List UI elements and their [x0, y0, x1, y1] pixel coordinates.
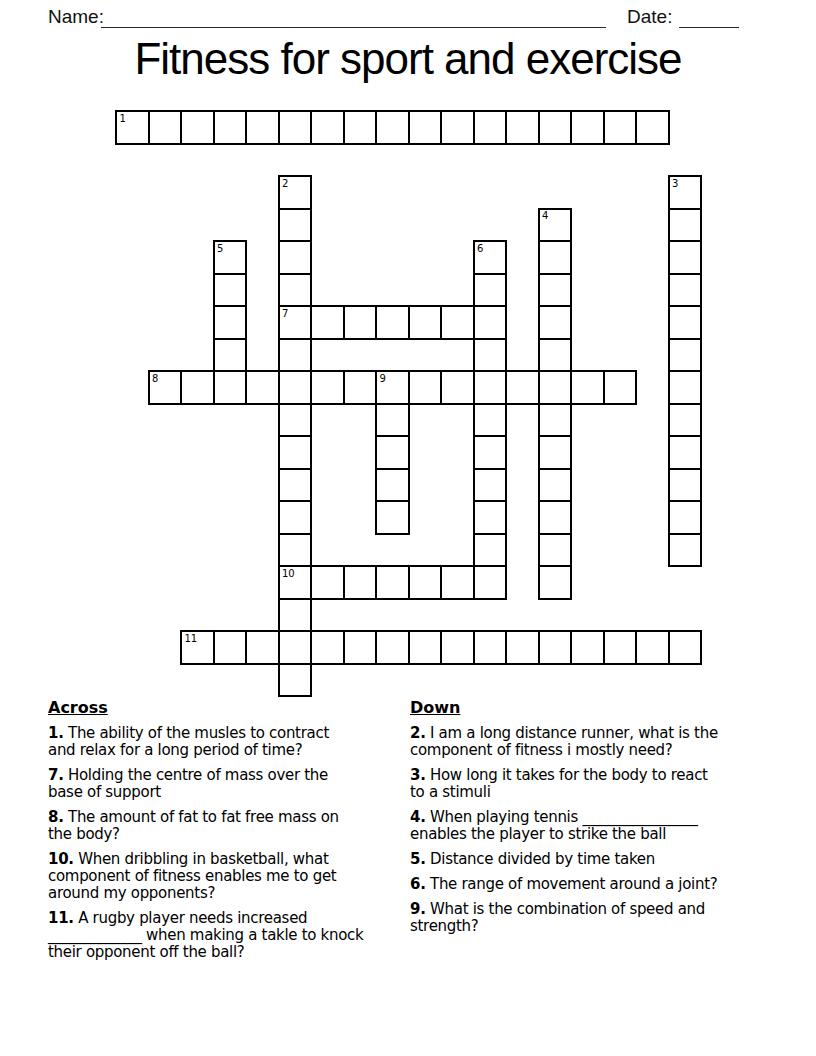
- grid-cell[interactable]: [538, 110, 573, 145]
- grid-cell[interactable]: [538, 240, 573, 275]
- clue-text-line: 1. The ability of the musles to contract: [48, 725, 403, 742]
- clue-number: 11.: [48, 909, 74, 927]
- grid-cell[interactable]: [538, 565, 573, 600]
- clue-text-line: _____________ when making a takle to kno…: [48, 927, 403, 944]
- grid-cell[interactable]: [213, 338, 248, 373]
- clue-text-line: component of fitness enables me to get: [48, 868, 403, 885]
- clue: 6. The range of movement around a joint?: [410, 876, 790, 893]
- grid-cell[interactable]: [245, 110, 280, 145]
- grid-cell[interactable]: [278, 338, 313, 373]
- clue-number: 3.: [410, 766, 426, 784]
- grid-cell[interactable]: [310, 630, 345, 665]
- grid-cell[interactable]: [473, 110, 508, 145]
- down-clue-list: 2. I am a long distance runner, what is …: [410, 725, 790, 935]
- clue-text-line: 4. When playing tennis ________________: [410, 809, 790, 826]
- grid-cell[interactable]: [278, 630, 313, 665]
- clue: 10. When dribbling in basketball, whatco…: [48, 851, 403, 902]
- clue-text-line: component of fitness i mostly need?: [410, 742, 790, 759]
- clue-text-line: enables the player to strike the ball: [410, 826, 790, 843]
- grid-cell[interactable]: [505, 110, 540, 145]
- grid-cell[interactable]: [343, 370, 378, 405]
- grid-cell[interactable]: [375, 435, 410, 470]
- grid-cell[interactable]: 10: [278, 565, 313, 600]
- clue: 3. How long it takes for the body to rea…: [410, 767, 790, 801]
- grid-cell[interactable]: [473, 338, 508, 373]
- grid-cell[interactable]: [310, 305, 345, 340]
- cell-number: 11: [185, 633, 198, 644]
- grid-cell[interactable]: [180, 110, 215, 145]
- grid-cell[interactable]: [473, 533, 508, 568]
- grid-cell[interactable]: [440, 630, 475, 665]
- grid-cell[interactable]: [603, 110, 638, 145]
- grid-cell[interactable]: [473, 435, 508, 470]
- grid-cell[interactable]: [440, 565, 475, 600]
- grid-cell[interactable]: [375, 468, 410, 503]
- date-label: Date:: [627, 6, 672, 28]
- puzzle-title: Fitness for sport and exercise: [0, 34, 816, 84]
- grid-cell[interactable]: [440, 110, 475, 145]
- grid-cell[interactable]: [473, 565, 508, 600]
- grid-cell[interactable]: [635, 630, 670, 665]
- grid-cell[interactable]: [668, 500, 703, 535]
- grid-cell[interactable]: [603, 370, 638, 405]
- clue-text-line: 2. I am a long distance runner, what is …: [410, 725, 790, 742]
- grid-cell[interactable]: [473, 403, 508, 438]
- grid-cell[interactable]: [570, 110, 605, 145]
- grid-cell[interactable]: [668, 338, 703, 373]
- clue-number: 1.: [48, 724, 64, 742]
- grid-cell[interactable]: [538, 338, 573, 373]
- clue: 9. What is the combination of speed ands…: [410, 901, 790, 935]
- crossword-grid: 1234567891011: [115, 110, 704, 699]
- grid-cell[interactable]: [473, 630, 508, 665]
- grid-cell[interactable]: 6: [473, 240, 508, 275]
- grid-cell[interactable]: [343, 110, 378, 145]
- grid-cell[interactable]: [408, 370, 443, 405]
- grid-cell[interactable]: [440, 305, 475, 340]
- grid-cell[interactable]: [668, 630, 703, 665]
- grid-cell[interactable]: [538, 403, 573, 438]
- grid-cell[interactable]: [668, 533, 703, 568]
- grid-cell[interactable]: [278, 500, 313, 535]
- clue-text-line: 5. Distance divided by time taken: [410, 851, 790, 868]
- grid-cell[interactable]: [213, 630, 248, 665]
- clue: 1. The ability of the musles to contract…: [48, 725, 403, 759]
- clue-text-line: their opponent off the ball?: [48, 944, 403, 961]
- clue: 7. Holding the centre of mass over theba…: [48, 767, 403, 801]
- grid-cell[interactable]: [278, 663, 313, 698]
- grid-cell[interactable]: [473, 370, 508, 405]
- grid-cell[interactable]: 1: [115, 110, 150, 145]
- grid-cell[interactable]: [310, 110, 345, 145]
- clue-number: 9.: [410, 900, 426, 918]
- clue-text-line: strength?: [410, 918, 790, 935]
- grid-cell[interactable]: [668, 370, 703, 405]
- grid-cell[interactable]: [668, 403, 703, 438]
- cell-number: 5: [217, 243, 223, 254]
- grid-cell[interactable]: [505, 370, 540, 405]
- down-heading: Down: [410, 699, 790, 717]
- grid-cell[interactable]: [505, 630, 540, 665]
- grid-cell[interactable]: [245, 630, 280, 665]
- grid-cell[interactable]: [213, 370, 248, 405]
- grid-cell[interactable]: [278, 403, 313, 438]
- grid-cell[interactable]: [538, 500, 573, 535]
- clue: 4. When playing tennis ________________e…: [410, 809, 790, 843]
- worksheet-page: Name: Date: Fitness for sport and exerci…: [0, 0, 816, 1056]
- grid-cell[interactable]: [668, 208, 703, 243]
- grid-cell[interactable]: [245, 370, 280, 405]
- clue-number: 4.: [410, 808, 426, 826]
- grid-cell[interactable]: [668, 468, 703, 503]
- cell-number: 9: [380, 373, 386, 384]
- cell-number: 6: [477, 243, 483, 254]
- clue: 5. Distance divided by time taken: [410, 851, 790, 868]
- grid-cell[interactable]: 4: [538, 208, 573, 243]
- grid-cell[interactable]: [635, 110, 670, 145]
- clue-text-line: 7. Holding the centre of mass over the: [48, 767, 403, 784]
- grid-cell[interactable]: [538, 630, 573, 665]
- clue-number: 8.: [48, 808, 64, 826]
- grid-cell[interactable]: [343, 305, 378, 340]
- cell-number: 10: [282, 568, 295, 579]
- clue-text-line: 8. The amount of fat to fat free mass on: [48, 809, 403, 826]
- across-clue-list: 1. The ability of the musles to contract…: [48, 725, 403, 961]
- across-heading: Across: [48, 699, 403, 717]
- cell-number: 8: [152, 373, 158, 384]
- grid-cell[interactable]: [408, 305, 443, 340]
- grid-cell[interactable]: [408, 630, 443, 665]
- cell-number: 2: [282, 178, 288, 189]
- grid-cell[interactable]: [473, 273, 508, 308]
- clue-text-line: and relax for a long period of time?: [48, 742, 403, 759]
- grid-cell[interactable]: [278, 598, 313, 633]
- grid-cell[interactable]: [668, 435, 703, 470]
- grid-cell[interactable]: [375, 565, 410, 600]
- clue-text-line: 3. How long it takes for the body to rea…: [410, 767, 790, 784]
- grid-cell[interactable]: [538, 273, 573, 308]
- grid-cell[interactable]: [375, 110, 410, 145]
- grid-cell[interactable]: [473, 305, 508, 340]
- grid-cell[interactable]: [148, 110, 183, 145]
- grid-cell[interactable]: [375, 305, 410, 340]
- grid-cell[interactable]: [278, 240, 313, 275]
- grid-cell[interactable]: [375, 403, 410, 438]
- clue-number: 5.: [410, 850, 426, 868]
- grid-cell[interactable]: 2: [278, 175, 313, 210]
- grid-cell[interactable]: 3: [668, 175, 703, 210]
- clue-text-line: 6. The range of movement around a joint?: [410, 876, 790, 893]
- clue-text-line: around my opponents?: [48, 885, 403, 902]
- grid-cell[interactable]: [310, 370, 345, 405]
- grid-cell[interactable]: [180, 370, 215, 405]
- grid-cell[interactable]: 5: [213, 240, 248, 275]
- grid-cell[interactable]: [310, 565, 345, 600]
- clue-text-line: the body?: [48, 826, 403, 843]
- grid-cell[interactable]: 9: [375, 370, 410, 405]
- clue: 8. The amount of fat to fat free mass on…: [48, 809, 403, 843]
- grid-cell[interactable]: [408, 110, 443, 145]
- down-clues-section: Down 2. I am a long distance runner, wha…: [410, 699, 790, 943]
- grid-cell[interactable]: 7: [278, 305, 313, 340]
- grid-cell[interactable]: 11: [180, 630, 215, 665]
- grid-cell[interactable]: [668, 305, 703, 340]
- grid-cell[interactable]: [538, 533, 573, 568]
- grid-cell[interactable]: [473, 500, 508, 535]
- grid-cell[interactable]: [538, 305, 573, 340]
- grid-cell[interactable]: [213, 305, 248, 340]
- grid-cell[interactable]: [343, 630, 378, 665]
- grid-cell[interactable]: [668, 273, 703, 308]
- clue: 11. A rugby player needs increased______…: [48, 910, 403, 961]
- grid-cell[interactable]: [538, 435, 573, 470]
- clue-text-line: to a stimuli: [410, 784, 790, 801]
- across-clues-section: Across 1. The ability of the musles to c…: [48, 699, 403, 969]
- grid-cell[interactable]: [278, 208, 313, 243]
- cell-number: 7: [282, 308, 288, 319]
- grid-cell[interactable]: [278, 110, 313, 145]
- clue-number: 7.: [48, 766, 64, 784]
- grid-cell[interactable]: [278, 468, 313, 503]
- grid-cell[interactable]: [473, 468, 508, 503]
- name-label: Name:: [48, 6, 104, 28]
- grid-cell[interactable]: [668, 240, 703, 275]
- grid-cell[interactable]: [278, 533, 313, 568]
- grid-cell[interactable]: [375, 630, 410, 665]
- cell-number: 3: [672, 178, 678, 189]
- clue-number: 6.: [410, 875, 426, 893]
- grid-cell[interactable]: [570, 630, 605, 665]
- grid-cell[interactable]: 8: [148, 370, 183, 405]
- clue-text-line: 10. When dribbling in basketball, what: [48, 851, 403, 868]
- grid-cell[interactable]: [278, 370, 313, 405]
- date-blank-line: [679, 8, 739, 28]
- grid-cell[interactable]: [278, 273, 313, 308]
- grid-cell[interactable]: [213, 110, 248, 145]
- grid-cell[interactable]: [213, 273, 248, 308]
- grid-cell[interactable]: [538, 468, 573, 503]
- grid-cell[interactable]: [408, 565, 443, 600]
- cell-number: 1: [120, 113, 126, 124]
- grid-cell[interactable]: [603, 630, 638, 665]
- clue-text-line: base of support: [48, 784, 403, 801]
- clue-text-line: 9. What is the combination of speed and: [410, 901, 790, 918]
- grid-cell[interactable]: [278, 435, 313, 470]
- grid-cell[interactable]: [538, 370, 573, 405]
- clue-text-line: 11. A rugby player needs increased: [48, 910, 403, 927]
- grid-cell[interactable]: [343, 565, 378, 600]
- grid-cell[interactable]: [440, 370, 475, 405]
- clue-number: 10.: [48, 850, 74, 868]
- grid-cell[interactable]: [570, 370, 605, 405]
- clue-number: 2.: [410, 724, 426, 742]
- name-blank-line: [101, 8, 606, 28]
- cell-number: 4: [542, 210, 548, 221]
- clue: 2. I am a long distance runner, what is …: [410, 725, 790, 759]
- grid-cell[interactable]: [375, 500, 410, 535]
